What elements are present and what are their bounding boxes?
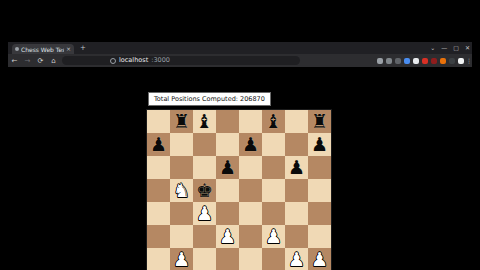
extension-icon-3[interactable] bbox=[395, 58, 401, 64]
tab-close-icon[interactable]: × bbox=[66, 46, 71, 52]
square-b3[interactable] bbox=[170, 225, 193, 248]
square-a3[interactable] bbox=[147, 225, 170, 248]
close-icon[interactable]: ✕ bbox=[465, 43, 470, 53]
square-g4[interactable] bbox=[285, 202, 308, 225]
black-pawn-d6: ♟ bbox=[216, 156, 239, 179]
square-b7[interactable] bbox=[170, 133, 193, 156]
square-g8[interactable] bbox=[285, 110, 308, 133]
white-pawn-h2: ♟ bbox=[308, 248, 331, 270]
white-pawn-d3: ♟ bbox=[216, 225, 239, 248]
page-content: Total Positions Computed: 206870 ♜♝♝♜♟♟♟… bbox=[8, 67, 472, 270]
square-c2[interactable] bbox=[193, 248, 216, 270]
square-d8[interactable] bbox=[216, 110, 239, 133]
extension-icon-5[interactable] bbox=[413, 58, 419, 64]
square-c6[interactable] bbox=[193, 156, 216, 179]
square-b6[interactable] bbox=[170, 156, 193, 179]
extension-icon-10[interactable] bbox=[458, 58, 464, 64]
extension-icon-1[interactable] bbox=[377, 58, 383, 64]
square-c8[interactable]: ♝ bbox=[193, 110, 216, 133]
url-host: localhost bbox=[119, 57, 148, 64]
chess-board: ♜♝♝♜♟♟♟♟♟♞♚♟♟♟♟♟♟♜♛♚♜ bbox=[147, 110, 331, 270]
square-d7[interactable] bbox=[216, 133, 239, 156]
square-d3[interactable]: ♟ bbox=[216, 225, 239, 248]
square-f8[interactable]: ♝ bbox=[262, 110, 285, 133]
home-icon[interactable]: ⌂ bbox=[47, 57, 60, 65]
square-b2[interactable]: ♟ bbox=[170, 248, 193, 270]
square-d4[interactable] bbox=[216, 202, 239, 225]
square-e5[interactable] bbox=[239, 179, 262, 202]
navigation-bar: ← → ⟳ ⌂ localhost :3000 ⋮ bbox=[8, 54, 472, 67]
square-c5[interactable]: ♚ bbox=[193, 179, 216, 202]
extension-icon-2[interactable] bbox=[386, 58, 392, 64]
square-h6[interactable] bbox=[308, 156, 331, 179]
square-a8[interactable] bbox=[147, 110, 170, 133]
square-h4[interactable] bbox=[308, 202, 331, 225]
extensions-area bbox=[377, 58, 464, 64]
square-c7[interactable] bbox=[193, 133, 216, 156]
square-h8[interactable]: ♜ bbox=[308, 110, 331, 133]
address-bar[interactable]: localhost :3000 bbox=[62, 56, 300, 65]
square-b8[interactable]: ♜ bbox=[170, 110, 193, 133]
square-e6[interactable] bbox=[239, 156, 262, 179]
black-pawn-e7: ♟ bbox=[239, 133, 262, 156]
square-a2[interactable] bbox=[147, 248, 170, 270]
browser-menu-icon[interactable]: ⋮ bbox=[466, 58, 472, 64]
square-a4[interactable] bbox=[147, 202, 170, 225]
square-f7[interactable] bbox=[262, 133, 285, 156]
square-c4[interactable]: ♟ bbox=[193, 202, 216, 225]
square-h5[interactable] bbox=[308, 179, 331, 202]
square-h3[interactable] bbox=[308, 225, 331, 248]
url-port: :3000 bbox=[151, 57, 170, 64]
tab-favicon-icon bbox=[15, 47, 19, 51]
tab-strip: Chess Web Tester × + ⌄ — ▢ ✕ bbox=[8, 42, 472, 54]
square-a6[interactable] bbox=[147, 156, 170, 179]
positions-computed-tooltip: Total Positions Computed: 206870 bbox=[148, 92, 271, 106]
square-e2[interactable] bbox=[239, 248, 262, 270]
square-f2[interactable] bbox=[262, 248, 285, 270]
square-a7[interactable]: ♟ bbox=[147, 133, 170, 156]
square-a5[interactable] bbox=[147, 179, 170, 202]
window-controls: ⌄ — ▢ ✕ bbox=[430, 43, 470, 53]
square-h7[interactable]: ♟ bbox=[308, 133, 331, 156]
black-king-c5: ♚ bbox=[193, 179, 216, 202]
square-c3[interactable] bbox=[193, 225, 216, 248]
square-f5[interactable] bbox=[262, 179, 285, 202]
reload-icon[interactable]: ⟳ bbox=[34, 57, 47, 65]
square-b4[interactable] bbox=[170, 202, 193, 225]
white-pawn-f3: ♟ bbox=[262, 225, 285, 248]
tab-title: Chess Web Tester bbox=[21, 46, 64, 53]
extension-icon-8[interactable] bbox=[440, 58, 446, 64]
browser-window: Chess Web Tester × + ⌄ — ▢ ✕ ← → ⟳ ⌂ loc… bbox=[8, 42, 472, 270]
square-e7[interactable]: ♟ bbox=[239, 133, 262, 156]
square-d5[interactable] bbox=[216, 179, 239, 202]
square-e8[interactable] bbox=[239, 110, 262, 133]
maximize-icon[interactable]: ▢ bbox=[453, 43, 459, 53]
square-g7[interactable] bbox=[285, 133, 308, 156]
black-rook-h8: ♜ bbox=[308, 110, 331, 133]
white-knight-b5: ♞ bbox=[170, 179, 193, 202]
extension-icon-4[interactable] bbox=[404, 58, 410, 64]
square-g6[interactable]: ♟ bbox=[285, 156, 308, 179]
white-pawn-b2: ♟ bbox=[170, 248, 193, 270]
black-rook-b8: ♜ bbox=[170, 110, 193, 133]
square-g2[interactable]: ♟ bbox=[285, 248, 308, 270]
forward-icon[interactable]: → bbox=[21, 57, 34, 65]
extension-icon-6[interactable] bbox=[422, 58, 428, 64]
square-e4[interactable] bbox=[239, 202, 262, 225]
site-info-icon[interactable] bbox=[110, 58, 116, 64]
square-b5[interactable]: ♞ bbox=[170, 179, 193, 202]
black-bishop-c8: ♝ bbox=[193, 110, 216, 133]
tab-chess-web-tester[interactable]: Chess Web Tester × bbox=[12, 44, 74, 54]
black-pawn-a7: ♟ bbox=[147, 133, 170, 156]
extension-icon-9[interactable] bbox=[449, 58, 455, 64]
square-f4[interactable] bbox=[262, 202, 285, 225]
square-g3[interactable] bbox=[285, 225, 308, 248]
square-f3[interactable]: ♟ bbox=[262, 225, 285, 248]
back-icon[interactable]: ← bbox=[8, 57, 21, 65]
black-bishop-f8: ♝ bbox=[262, 110, 285, 133]
square-f6[interactable] bbox=[262, 156, 285, 179]
black-pawn-h7: ♟ bbox=[308, 133, 331, 156]
new-tab-button[interactable]: + bbox=[80, 45, 86, 52]
extension-icon-7[interactable] bbox=[431, 58, 437, 64]
square-h2[interactable]: ♟ bbox=[308, 248, 331, 270]
white-pawn-g2: ♟ bbox=[285, 248, 308, 270]
square-e3[interactable] bbox=[239, 225, 262, 248]
tab-search-icon[interactable]: ⌄ bbox=[430, 43, 435, 53]
minimize-icon[interactable]: — bbox=[441, 43, 447, 53]
black-pawn-g6: ♟ bbox=[285, 156, 308, 179]
square-d6[interactable]: ♟ bbox=[216, 156, 239, 179]
square-g5[interactable] bbox=[285, 179, 308, 202]
square-d2[interactable] bbox=[216, 248, 239, 270]
white-pawn-c4: ♟ bbox=[193, 202, 216, 225]
